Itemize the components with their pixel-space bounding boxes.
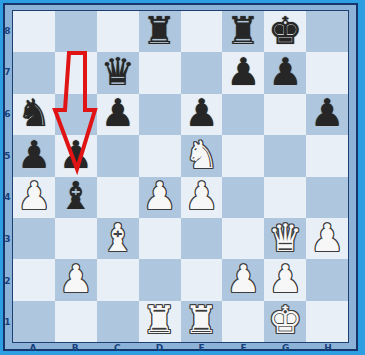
square-d6[interactable] [139,94,181,135]
rank-label-7: 7 [3,52,12,94]
square-g4[interactable] [264,177,306,218]
square-f1[interactable] [222,301,264,342]
square-c6[interactable]: ♟ [97,94,139,135]
square-f8[interactable]: ♜ [222,11,264,52]
piece-black-queen-c7[interactable]: ♛ [101,53,135,91]
square-d4[interactable]: ♟ [139,177,181,218]
square-d3[interactable] [139,218,181,259]
square-c7[interactable]: ♛ [97,52,139,93]
piece-white-bishop-c3[interactable]: ♝ [101,219,135,257]
square-f5[interactable] [222,135,264,176]
file-label-d: D [138,343,180,353]
square-d2[interactable] [139,259,181,300]
file-label-a: A [12,343,54,353]
square-g2[interactable]: ♟ [264,259,306,300]
square-b7[interactable] [55,52,97,93]
square-b4[interactable]: ♝ [55,177,97,218]
square-e5[interactable]: ♞ [181,135,223,176]
piece-white-pawn-b2[interactable]: ♟ [59,260,93,298]
file-labels: ABCDEFGH [12,343,349,353]
chess-board[interactable]: ♜♜♚♛♟♟♞♟♟♟♟♟♞♟♝♟♟♝♛♟♟♟♟♜♜♚ [12,10,349,343]
square-a1[interactable] [13,301,55,342]
square-e8[interactable] [181,11,223,52]
piece-white-king-g1[interactable]: ♚ [268,301,302,339]
piece-white-knight-e5[interactable]: ♞ [184,136,218,174]
square-b1[interactable] [55,301,97,342]
square-c8[interactable] [97,11,139,52]
file-label-g: G [265,343,307,353]
rank-labels: 87654321 [3,10,12,343]
piece-black-pawn-g7[interactable]: ♟ [268,53,302,91]
piece-black-pawn-c6[interactable]: ♟ [101,94,135,132]
square-e1[interactable]: ♜ [181,301,223,342]
square-a6[interactable]: ♞ [13,94,55,135]
piece-black-rook-f8[interactable]: ♜ [226,12,260,50]
rank-label-5: 5 [3,135,12,177]
piece-white-pawn-e4[interactable]: ♟ [184,177,218,215]
square-h8[interactable] [306,11,348,52]
file-label-b: B [54,343,96,353]
piece-black-pawn-b5[interactable]: ♟ [59,136,93,174]
piece-black-knight-a6[interactable]: ♞ [17,94,51,132]
piece-black-king-g8[interactable]: ♚ [268,12,302,50]
square-g7[interactable]: ♟ [264,52,306,93]
file-label-e: E [181,343,223,353]
square-a4[interactable]: ♟ [13,177,55,218]
square-h3[interactable]: ♟ [306,218,348,259]
square-d5[interactable] [139,135,181,176]
square-f2[interactable]: ♟ [222,259,264,300]
square-b8[interactable] [55,11,97,52]
square-h2[interactable] [306,259,348,300]
square-b6[interactable] [55,94,97,135]
square-f3[interactable] [222,218,264,259]
file-label-c: C [96,343,138,353]
square-g3[interactable]: ♛ [264,218,306,259]
piece-black-bishop-b4[interactable]: ♝ [59,177,93,215]
rank-label-1: 1 [3,301,12,343]
piece-white-pawn-a4[interactable]: ♟ [17,177,51,215]
piece-white-queen-g3[interactable]: ♛ [268,219,302,257]
square-g1[interactable]: ♚ [264,301,306,342]
square-e2[interactable] [181,259,223,300]
square-c5[interactable] [97,135,139,176]
square-e3[interactable] [181,218,223,259]
square-a7[interactable] [13,52,55,93]
square-b5[interactable]: ♟ [55,135,97,176]
piece-white-pawn-f2[interactable]: ♟ [226,260,260,298]
square-h7[interactable] [306,52,348,93]
file-label-h: H [307,343,349,353]
square-c4[interactable] [97,177,139,218]
rank-label-4: 4 [3,177,12,219]
piece-black-pawn-h6[interactable]: ♟ [310,94,344,132]
square-e6[interactable]: ♟ [181,94,223,135]
square-a5[interactable]: ♟ [13,135,55,176]
piece-white-rook-e1[interactable]: ♜ [184,301,218,339]
square-d7[interactable] [139,52,181,93]
square-b2[interactable]: ♟ [55,259,97,300]
file-label-f: F [223,343,265,353]
piece-white-pawn-d4[interactable]: ♟ [143,177,177,215]
square-h6[interactable]: ♟ [306,94,348,135]
square-h1[interactable] [306,301,348,342]
rank-label-3: 3 [3,218,12,260]
square-a8[interactable] [13,11,55,52]
rank-label-6: 6 [3,93,12,135]
square-c3[interactable]: ♝ [97,218,139,259]
rank-label-2: 2 [3,260,12,302]
square-c1[interactable] [97,301,139,342]
piece-white-pawn-h3[interactable]: ♟ [310,219,344,257]
square-g5[interactable] [264,135,306,176]
square-a3[interactable] [13,218,55,259]
square-g6[interactable] [264,94,306,135]
square-e4[interactable]: ♟ [181,177,223,218]
square-b3[interactable] [55,218,97,259]
piece-black-pawn-e6[interactable]: ♟ [184,94,218,132]
piece-white-pawn-g2[interactable]: ♟ [268,260,302,298]
piece-black-pawn-f7[interactable]: ♟ [226,53,260,91]
chess-app-window: 87654321 ♜♜♚♛♟♟♞♟♟♟♟♟♞♟♝♟♟♝♛♟♟♟♟♜♜♚ ABCD… [0,0,365,355]
square-c2[interactable] [97,259,139,300]
square-a2[interactable] [13,259,55,300]
square-g8[interactable]: ♚ [264,11,306,52]
square-h4[interactable] [306,177,348,218]
square-h5[interactable] [306,135,348,176]
square-f4[interactable] [222,177,264,218]
piece-black-rook-d8[interactable]: ♜ [143,12,177,50]
rank-label-8: 8 [3,10,12,52]
square-d8[interactable]: ♜ [139,11,181,52]
square-f6[interactable] [222,94,264,135]
piece-black-pawn-a5[interactable]: ♟ [17,136,51,174]
square-e7[interactable] [181,52,223,93]
square-f7[interactable]: ♟ [222,52,264,93]
piece-white-rook-d1[interactable]: ♜ [143,301,177,339]
square-d1[interactable]: ♜ [139,301,181,342]
